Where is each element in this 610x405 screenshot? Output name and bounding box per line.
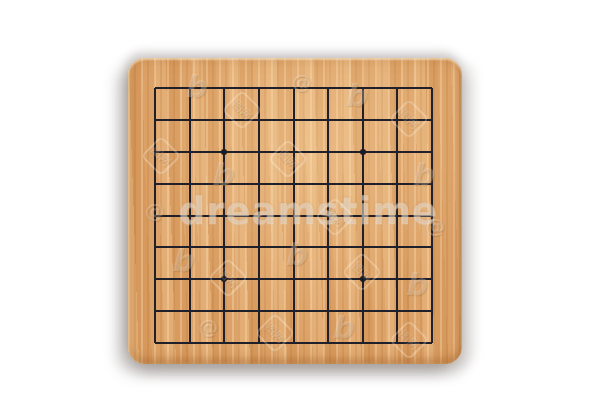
grid-line-vertical [362,88,364,343]
grid-line-horizontal [155,215,432,217]
star-point [221,149,227,155]
star-point [360,276,366,282]
grid-line-horizontal [155,342,432,344]
grid-line-vertical [327,88,329,343]
star-point [221,276,227,282]
grid-line-horizontal [155,310,432,312]
grid-line-vertical [431,88,433,343]
stock-photo-canvas: dreamstime b图网@b图网图网b图网b@图网@b图网b图网b@图网b图… [0,0,610,405]
grid-line-horizontal [155,278,432,280]
go-board: dreamstime b图网@b图网图网b图网b@图网@b图网b图网b@图网b图… [128,58,462,364]
board-grid [155,88,432,343]
star-point [360,149,366,155]
grid-line-vertical [396,88,398,343]
grid-line-horizontal [155,246,432,248]
